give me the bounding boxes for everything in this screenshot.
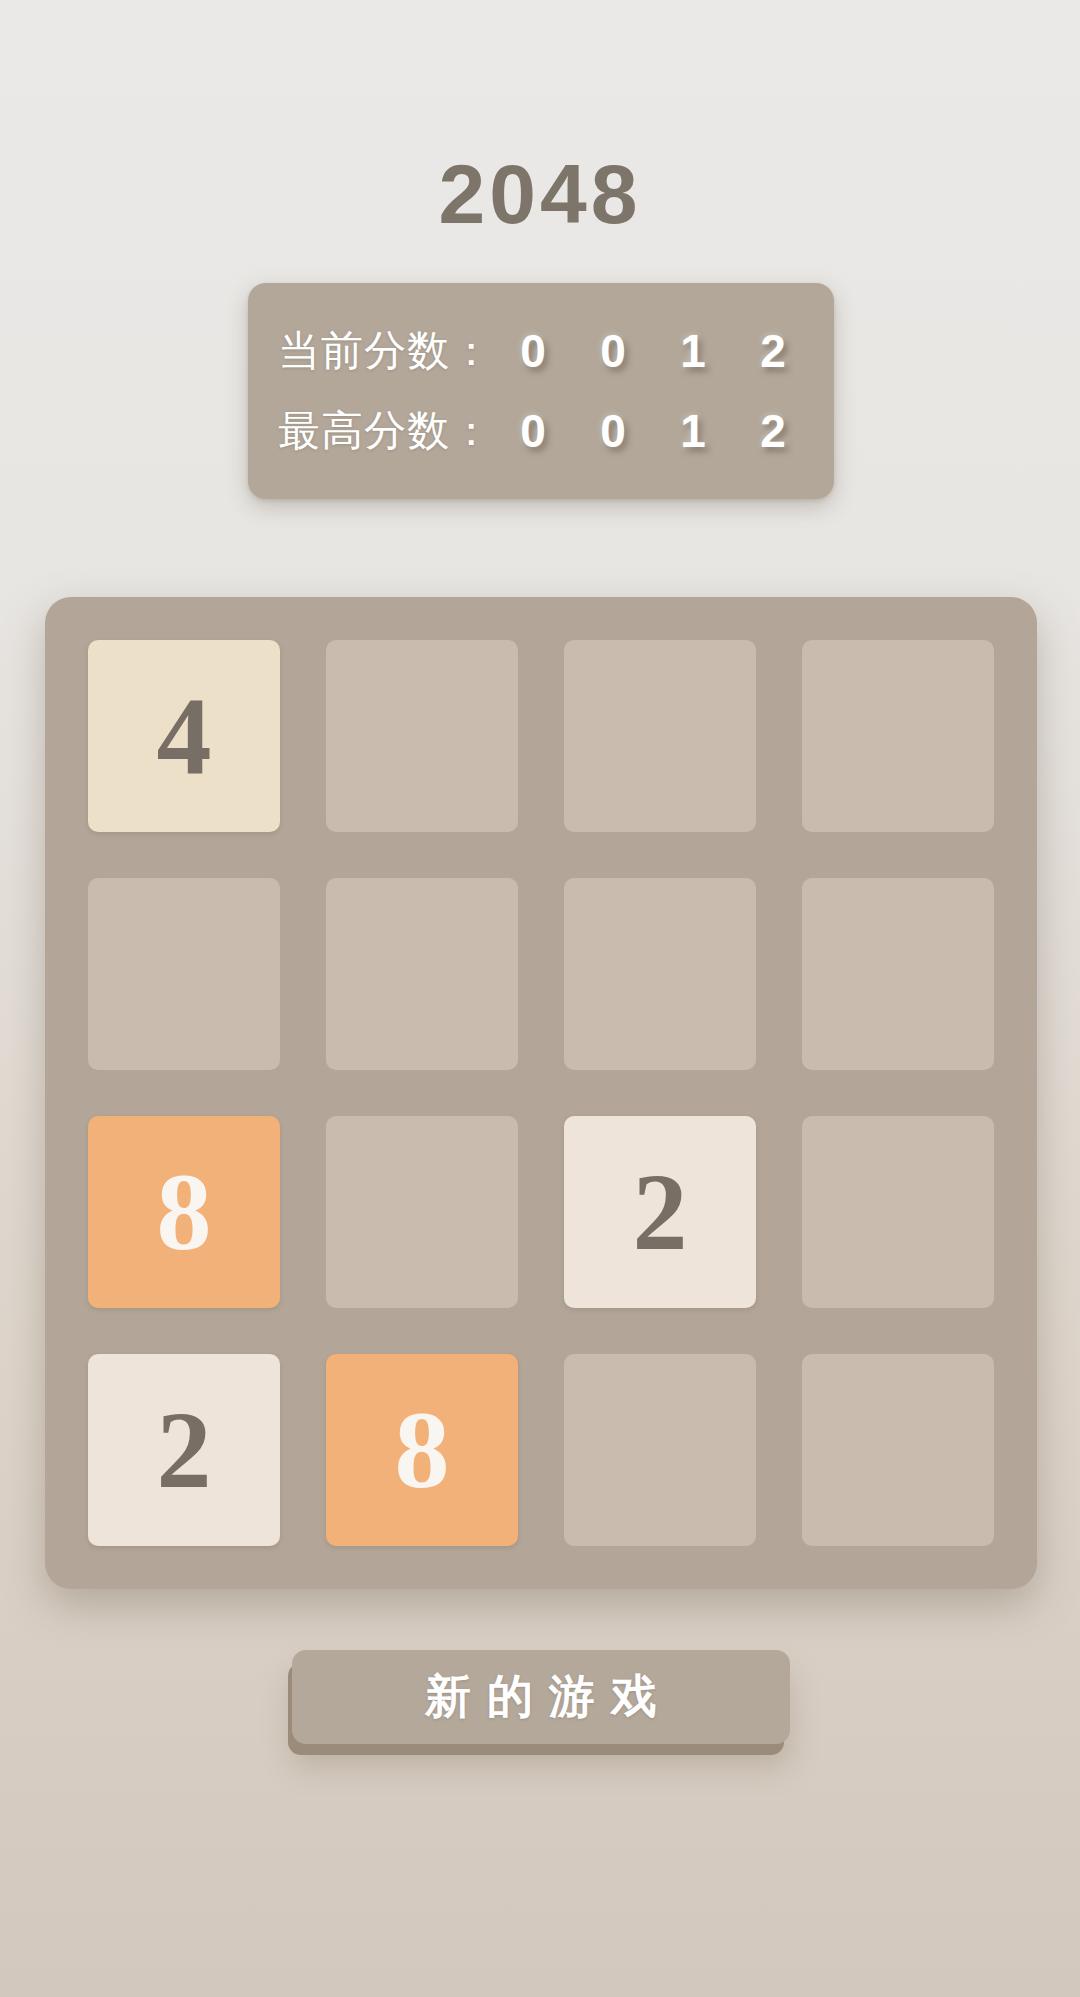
tile-2-r3c0: 2: [88, 1354, 280, 1546]
score-panel: 当前分数： 0012 最高分数： 0012: [248, 283, 834, 499]
current-score-label: 当前分数：: [278, 323, 493, 379]
best-score-value: 0012: [493, 404, 813, 458]
empty-cell-r3c2: [564, 1354, 756, 1546]
empty-cell-r0c1: [326, 640, 518, 832]
current-score-value: 0012: [493, 324, 813, 378]
tile-4-r0c0: 4: [88, 640, 280, 832]
score-digit: 0: [573, 404, 653, 458]
empty-cell-r1c2: [564, 878, 756, 1070]
empty-cell-r2c1: [326, 1116, 518, 1308]
empty-cell-r0c3: [802, 640, 994, 832]
game-title: 2048: [0, 152, 1080, 236]
score-digit: 0: [493, 324, 573, 378]
empty-cell-r1c0: [88, 878, 280, 1070]
new-game-button[interactable]: 新的游戏: [292, 1650, 790, 1744]
current-score-row: 当前分数： 0012: [278, 315, 812, 387]
empty-cell-r3c3: [802, 1354, 994, 1546]
empty-cell-r0c2: [564, 640, 756, 832]
score-digit: 1: [653, 324, 733, 378]
tile-8-r2c0: 8: [88, 1116, 280, 1308]
empty-cell-r1c3: [802, 878, 994, 1070]
tile-2-r2c2: 2: [564, 1116, 756, 1308]
score-digit: 2: [733, 404, 813, 458]
empty-cell-r2c3: [802, 1116, 994, 1308]
score-digit: 2: [733, 324, 813, 378]
tile-8-r3c1: 8: [326, 1354, 518, 1546]
best-score-label: 最高分数：: [278, 403, 493, 459]
empty-cell-r1c1: [326, 878, 518, 1070]
best-score-row: 最高分数： 0012: [278, 395, 812, 467]
score-digit: 0: [493, 404, 573, 458]
score-digit: 0: [573, 324, 653, 378]
game-board[interactable]: 48228: [45, 597, 1037, 1589]
score-digit: 1: [653, 404, 733, 458]
